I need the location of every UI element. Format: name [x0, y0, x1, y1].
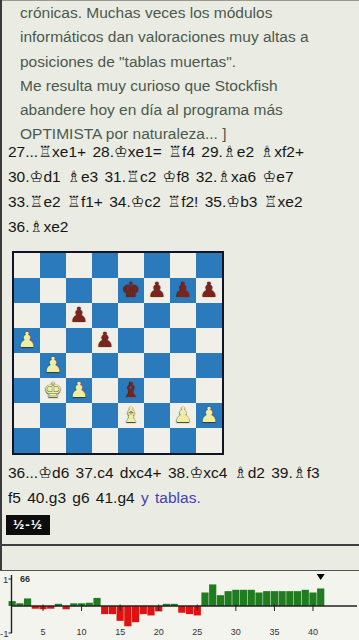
square-f3 — [144, 378, 170, 403]
square-d6 — [92, 303, 118, 328]
square-g6 — [170, 303, 196, 328]
eval-bar-move-23[interactable] — [178, 606, 185, 613]
square-g8 — [170, 253, 196, 278]
eval-bar-move-34[interactable] — [263, 591, 270, 606]
eval-bar-move-27[interactable] — [209, 584, 216, 606]
black-pawn-piece: ♟ — [70, 303, 89, 328]
moves-line[interactable]: f5 40.g3 g6 41.g4 y tablas. — [8, 485, 355, 510]
square-h8 — [196, 253, 222, 278]
square-e6 — [118, 303, 144, 328]
square-d8 — [92, 253, 118, 278]
square-b8 — [40, 253, 66, 278]
white-pawn-piece: ♟ — [200, 403, 219, 428]
square-h5 — [196, 328, 222, 353]
square-e8 — [118, 253, 144, 278]
square-d5: ♟ — [92, 328, 118, 353]
square-h6 — [196, 303, 222, 328]
square-c4 — [66, 353, 92, 378]
eval-bar-move-24[interactable] — [186, 606, 193, 614]
square-b4: ♟ — [40, 353, 66, 378]
moves-line[interactable]: 33.♖e2 ♖f1+ 34.♔c2 ♖f2! 35.♔b3 ♖xe2 — [8, 189, 355, 214]
square-g4 — [170, 353, 196, 378]
annotation-line: posiciones de "tablas muertas". — [20, 50, 353, 74]
eval-bar-move-31[interactable] — [240, 590, 247, 606]
y-axis-label-minus1: -1 — [0, 628, 8, 639]
eval-bar-move-40[interactable] — [309, 593, 316, 607]
square-e1 — [118, 428, 144, 453]
chart-corner-label: 66 — [20, 574, 30, 584]
square-a6 — [14, 303, 40, 328]
square-f4 — [144, 353, 170, 378]
square-f5 — [144, 328, 170, 353]
eval-bar-move-38[interactable] — [294, 591, 301, 606]
current-position-marker-icon[interactable] — [317, 574, 325, 580]
eval-bar-move-13[interactable] — [101, 606, 108, 614]
square-e2: ♝ — [118, 403, 144, 428]
square-b3: ♚ — [40, 378, 66, 403]
square-f8 — [144, 253, 170, 278]
moves-line[interactable]: 27...♖xe1+ 28.♔xe1= ♖f4 29.♗e2 ♗xf2+ — [8, 139, 355, 164]
square-e5 — [118, 328, 144, 353]
moves-line[interactable]: 30.♔d1 ♗e3 31.♖c2 ♔f8 32.♗xa6 ♔e7 — [8, 164, 355, 189]
page-left-border — [0, 0, 2, 570]
black-pawn-piece: ♟ — [96, 328, 115, 353]
game-moves-notation[interactable]: 27...♖xe1+ 28.♔xe1= ♖f4 29.♗e2 ♗xf2+ 30.… — [8, 139, 355, 239]
square-a2 — [14, 403, 40, 428]
square-h4 — [196, 353, 222, 378]
game-moves-notation-tail[interactable]: 36...♔d6 37.c4 dxc4+ 38.♔xc4 ♗d2 39.♗f3 … — [8, 460, 355, 510]
annotation-line: crónicas. Muchas veces los módulos — [20, 1, 353, 25]
black-pawn-piece: ♟ — [148, 278, 167, 303]
square-a3 — [14, 378, 40, 403]
game-result-badge: ½-½ — [6, 515, 50, 535]
eval-bar-move-39[interactable] — [302, 590, 309, 606]
eval-bar-move-17[interactable] — [132, 606, 139, 622]
square-h2: ♟ — [196, 403, 222, 428]
moves-line[interactable]: 36...♔d6 37.c4 dxc4+ 38.♔xc4 ♗d2 39.♗f3 — [8, 460, 355, 485]
x-axis-tick-label-5: 5 — [40, 627, 45, 637]
eval-bar-move-18[interactable] — [140, 606, 147, 614]
square-c8 — [66, 253, 92, 278]
square-c1 — [66, 428, 92, 453]
annotation-line: informáticos dan valoraciones muy altas … — [20, 25, 353, 49]
square-a1 — [14, 428, 40, 453]
annotation-line: Me resulta muy curioso que Stockfish — [20, 74, 353, 98]
square-d7 — [92, 278, 118, 303]
eval-bar-move-28[interactable] — [217, 595, 224, 606]
square-d2 — [92, 403, 118, 428]
square-c5 — [66, 328, 92, 353]
square-e4 — [118, 353, 144, 378]
eval-bar-move-29[interactable] — [225, 591, 232, 606]
eval-bar-move-3[interactable] — [24, 598, 31, 606]
square-f6 — [144, 303, 170, 328]
x-axis-tick-label-10: 10 — [77, 627, 87, 637]
white-pawn-piece: ♟ — [18, 328, 37, 353]
eval-bar-move-14[interactable] — [109, 606, 116, 614]
white-king-piece: ♚ — [44, 378, 63, 403]
x-axis-tick-label-15: 15 — [115, 627, 125, 637]
eval-bar-move-12[interactable] — [93, 598, 100, 606]
square-f7: ♟ — [144, 278, 170, 303]
x-axis-tick-label-20: 20 — [154, 627, 164, 637]
eval-bar-move-33[interactable] — [255, 593, 262, 607]
x-axis-tick-label-35: 35 — [269, 627, 279, 637]
square-h3 — [196, 378, 222, 403]
white-pawn-piece: ♟ — [174, 403, 193, 428]
square-f2 — [144, 403, 170, 428]
moves-line[interactable]: 36.♗xe2 — [8, 214, 355, 239]
white-bishop-piece: ♝ — [122, 403, 141, 428]
eval-bar-move-19[interactable] — [147, 606, 154, 615]
eval-bar-move-26[interactable] — [201, 593, 208, 607]
square-a4 — [14, 353, 40, 378]
x-axis-tick-label-25: 25 — [192, 627, 202, 637]
square-g7: ♟ — [170, 278, 196, 303]
moves-text[interactable]: f5 40.g3 g6 41.g4 — [8, 489, 141, 506]
square-g5 — [170, 328, 196, 353]
square-b5 — [40, 328, 66, 353]
eval-bar-move-36[interactable] — [279, 591, 286, 606]
square-b2 — [40, 403, 66, 428]
black-king-piece: ♚ — [122, 278, 141, 303]
square-e3: ♝ — [118, 378, 144, 403]
eval-bar-move-41[interactable] — [317, 588, 324, 606]
eval-bar-move-32[interactable] — [248, 590, 255, 606]
annotation-text: crónicas. Muchas veces los módulos infor… — [20, 1, 353, 147]
chess-board[interactable]: ♚♟♟♟♟♟♟♟♚♟♝♝♟♟ — [12, 251, 224, 455]
evaluation-chart[interactable]: 5101520253035401-166 — [0, 570, 359, 640]
square-e7: ♚ — [118, 278, 144, 303]
x-axis-tick-label-40: 40 — [308, 627, 318, 637]
square-h7: ♟ — [196, 278, 222, 303]
eval-bar-move-16[interactable] — [124, 606, 131, 626]
tablas-annotation-link[interactable]: y tablas. — [141, 489, 201, 506]
evaluation-chart-svg: 5101520253035401-166 — [0, 571, 359, 640]
square-g1 — [170, 428, 196, 453]
square-d1 — [92, 428, 118, 453]
annotation-line: abandere hoy en día al programa más — [20, 98, 353, 122]
white-pawn-piece: ♟ — [44, 353, 63, 378]
square-g2: ♟ — [170, 403, 196, 428]
square-c7 — [66, 278, 92, 303]
square-b7 — [40, 278, 66, 303]
eval-bar-move-30[interactable] — [232, 590, 239, 606]
square-d4 — [92, 353, 118, 378]
square-g3 — [170, 378, 196, 403]
black-pawn-piece: ♟ — [200, 278, 219, 303]
square-f1 — [144, 428, 170, 453]
square-c3: ♟ — [66, 378, 92, 403]
square-a7 — [14, 278, 40, 303]
black-bishop-piece: ♝ — [122, 378, 141, 403]
eval-bar-move-37[interactable] — [286, 591, 293, 606]
square-a5: ♟ — [14, 328, 40, 353]
y-axis-label-plus1: 1 — [3, 574, 8, 585]
square-h1 — [196, 428, 222, 453]
black-pawn-piece: ♟ — [174, 278, 193, 303]
eval-bar-move-35[interactable] — [271, 591, 278, 606]
square-d3 — [92, 378, 118, 403]
section-divider — [0, 544, 359, 546]
square-b1 — [40, 428, 66, 453]
square-b6 — [40, 303, 66, 328]
white-pawn-piece: ♟ — [70, 378, 89, 403]
square-a8 — [14, 253, 40, 278]
square-c2 — [66, 403, 92, 428]
x-axis-tick-label-30: 30 — [231, 627, 241, 637]
square-c6: ♟ — [66, 303, 92, 328]
